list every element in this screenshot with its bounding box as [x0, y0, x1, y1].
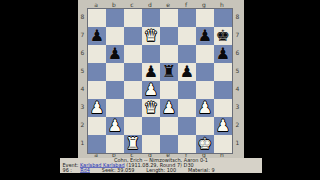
rank-label-6: 6 — [78, 44, 87, 62]
move-stats-line: 96 : Rd4 Seek: 39.059 Length: 100 Materi… — [60, 168, 262, 173]
rank-label-1: 1 — [78, 134, 87, 152]
letterbox-right — [262, 0, 320, 180]
square-g8[interactable] — [196, 9, 214, 27]
file-label-h: h — [213, 1, 231, 8]
square-d3[interactable]: ♛ — [142, 99, 160, 117]
chess-board: ♟♛♟♚♟♟♟♜♟♟♟♛♟♟♟♟♜♚ — [87, 8, 233, 154]
rank-label-2: 2 — [233, 116, 242, 134]
file-label-b: b — [105, 1, 123, 8]
black-pawn-g7: ♟ — [198, 27, 212, 45]
square-f5[interactable]: ♟ — [178, 63, 196, 81]
move-link[interactable]: Rd4 — [80, 167, 90, 173]
square-e8[interactable] — [160, 9, 178, 27]
square-f3[interactable] — [178, 99, 196, 117]
move-number: 96 : — [62, 167, 72, 173]
white-pawn-e3: ♟ — [162, 99, 176, 117]
square-h7[interactable]: ♚ — [214, 27, 232, 45]
stat-length: Length: 100 — [146, 167, 176, 173]
file-label-c: c — [123, 1, 141, 8]
square-f4[interactable] — [178, 81, 196, 99]
square-e5[interactable]: ♜ — [160, 63, 178, 81]
square-a6[interactable] — [88, 45, 106, 63]
stat-seek: Seek: 39.059 — [102, 167, 135, 173]
rank-label-7: 7 — [78, 26, 87, 44]
square-g5[interactable] — [196, 63, 214, 81]
white-pawn-a3: ♟ — [90, 99, 104, 117]
square-e4[interactable] — [160, 81, 178, 99]
square-d5[interactable]: ♟ — [142, 63, 160, 81]
square-a2[interactable] — [88, 117, 106, 135]
rank-label-5: 5 — [78, 62, 87, 80]
square-b8[interactable] — [106, 9, 124, 27]
square-f1[interactable] — [178, 135, 196, 153]
square-g6[interactable] — [196, 45, 214, 63]
black-rook-e5: ♜ — [162, 63, 176, 81]
rank-label-5: 5 — [233, 62, 242, 80]
rank-label-7: 7 — [233, 26, 242, 44]
square-f8[interactable] — [178, 9, 196, 27]
file-label-a: a — [87, 1, 105, 8]
square-a8[interactable] — [88, 9, 106, 27]
square-a4[interactable] — [88, 81, 106, 99]
square-h6[interactable]: ♟ — [214, 45, 232, 63]
square-h2[interactable]: ♟ — [214, 117, 232, 135]
square-d7[interactable]: ♛ — [142, 27, 160, 45]
square-h5[interactable] — [214, 63, 232, 81]
square-e7[interactable] — [160, 27, 178, 45]
square-c4[interactable] — [124, 81, 142, 99]
file-label-e: e — [159, 1, 177, 8]
black-pawn-h6: ♟ — [216, 45, 230, 63]
black-pawn-d5: ♟ — [144, 63, 158, 81]
rank-label-2: 2 — [78, 116, 87, 134]
square-f7[interactable] — [178, 27, 196, 45]
square-b1[interactable] — [106, 135, 124, 153]
square-b2[interactable]: ♟ — [106, 117, 124, 135]
caption-panel: Cohn, Erich -- Nimzowitsch, Aaron 0-1 Ev… — [60, 158, 262, 173]
square-f6[interactable] — [178, 45, 196, 63]
file-label-g: g — [195, 1, 213, 8]
square-a7[interactable]: ♟ — [88, 27, 106, 45]
square-g3[interactable]: ♟ — [196, 99, 214, 117]
square-c3[interactable] — [124, 99, 142, 117]
square-h4[interactable] — [214, 81, 232, 99]
video-frame: abcdefgh abcdefgh 87654321 87654321 ♟♛♟♚… — [0, 0, 320, 180]
square-f2[interactable] — [178, 117, 196, 135]
white-queen-d3: ♛ — [144, 99, 158, 117]
square-g2[interactable] — [196, 117, 214, 135]
black-pawn-b6: ♟ — [108, 45, 122, 63]
white-king-g1: ♚ — [198, 135, 212, 153]
square-a5[interactable] — [88, 63, 106, 81]
square-b4[interactable] — [106, 81, 124, 99]
square-e1[interactable] — [160, 135, 178, 153]
white-pawn-b2: ♟ — [108, 117, 122, 135]
square-d6[interactable] — [142, 45, 160, 63]
square-b6[interactable]: ♟ — [106, 45, 124, 63]
square-a3[interactable]: ♟ — [88, 99, 106, 117]
square-g7[interactable]: ♟ — [196, 27, 214, 45]
rank-label-4: 4 — [78, 80, 87, 98]
white-pawn-d4: ♟ — [144, 81, 158, 99]
file-label-f: f — [177, 1, 195, 8]
square-c2[interactable] — [124, 117, 142, 135]
square-d4[interactable]: ♟ — [142, 81, 160, 99]
square-d2[interactable] — [142, 117, 160, 135]
black-pawn-f5: ♟ — [180, 63, 194, 81]
file-labels-top: abcdefgh — [87, 1, 231, 8]
rank-label-1: 1 — [233, 134, 242, 152]
square-e2[interactable] — [160, 117, 178, 135]
square-g4[interactable] — [196, 81, 214, 99]
rank-labels-right: 87654321 — [233, 8, 242, 152]
square-e6[interactable] — [160, 45, 178, 63]
rank-label-8: 8 — [233, 8, 242, 26]
rank-label-6: 6 — [233, 44, 242, 62]
square-g1[interactable]: ♚ — [196, 135, 214, 153]
rank-label-8: 8 — [78, 8, 87, 26]
white-pawn-h2: ♟ — [216, 117, 230, 135]
white-pawn-g3: ♟ — [198, 99, 212, 117]
square-d1[interactable] — [142, 135, 160, 153]
letterbox-left — [0, 0, 60, 180]
black-king-h7: ♚ — [216, 27, 230, 45]
square-b3[interactable] — [106, 99, 124, 117]
square-c6[interactable] — [124, 45, 142, 63]
rank-labels-left: 87654321 — [78, 8, 87, 152]
rank-label-3: 3 — [78, 98, 87, 116]
rank-label-3: 3 — [233, 98, 242, 116]
square-h8[interactable] — [214, 9, 232, 27]
square-c7[interactable] — [124, 27, 142, 45]
square-c1[interactable]: ♜ — [124, 135, 142, 153]
white-queen-d7: ♛ — [144, 27, 158, 45]
stat-material: Material: 9 — [188, 167, 215, 173]
black-pawn-a7: ♟ — [90, 27, 104, 45]
square-b7[interactable] — [106, 27, 124, 45]
square-h3[interactable] — [214, 99, 232, 117]
square-h1[interactable] — [214, 135, 232, 153]
square-b5[interactable] — [106, 63, 124, 81]
square-e3[interactable]: ♟ — [160, 99, 178, 117]
white-rook-c1: ♜ — [126, 135, 140, 153]
square-c5[interactable] — [124, 63, 142, 81]
file-label-d: d — [141, 1, 159, 8]
square-c8[interactable] — [124, 9, 142, 27]
rank-label-4: 4 — [233, 80, 242, 98]
square-a1[interactable] — [88, 135, 106, 153]
square-d8[interactable] — [142, 9, 160, 27]
